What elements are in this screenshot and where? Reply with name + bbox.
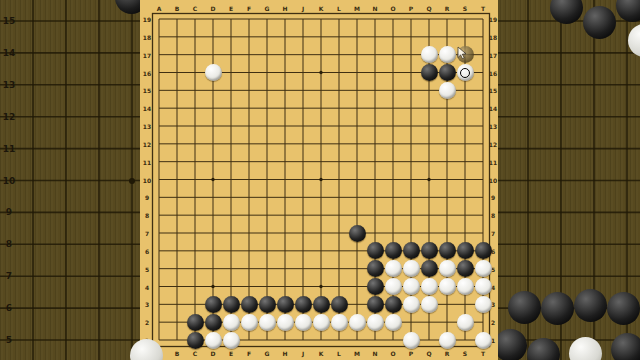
stone-black-N6 [367,242,384,259]
stone-white-R4 [439,278,456,295]
stone-white-M2 [349,314,366,331]
stone-white-T5 [475,260,492,277]
row-label-right: 8 [491,212,495,219]
row-label-left: 10 [143,176,151,183]
row-label-left: 7 [145,230,149,237]
column-label-bottom: R [445,350,450,357]
column-label-bottom: F [247,350,251,357]
row-label-right: 19 [489,16,497,23]
column-label-bottom: Q [426,350,431,357]
row-label-left: 4 [145,283,149,290]
stone-black-N5 [367,260,384,277]
stone-white-S2 [457,314,474,331]
column-label-bottom: O [390,350,395,357]
column-label-bottom: M [354,350,360,357]
stone-white-L2 [331,314,348,331]
row-label-left: 13 [143,123,151,130]
stone-white-T4 [475,278,492,295]
column-label-bottom: J [302,350,304,357]
row-label-right: 14 [489,105,497,112]
column-label-bottom: G [265,350,270,357]
stone-black-Q5 [421,260,438,277]
stone-white-J2 [295,314,312,331]
column-label-bottom: K [319,350,324,357]
column-label-top: A [157,5,162,12]
row-label-left: 5 [145,265,149,272]
video-frame: 15141312111098765 AABBCCDDEEFFGGHHJJKKLL… [0,0,640,360]
column-label-top: J [302,5,304,12]
row-label-right: 7 [491,230,495,237]
last-move-marker [460,68,470,78]
decor-stone-black [494,329,527,360]
stone-white-S16 [457,64,474,81]
row-label-left: 2 [145,319,149,326]
decor-stone-black [541,292,574,325]
background-row-label: 5 [6,335,12,345]
row-label-left: 16 [143,69,151,76]
row-label-left: 14 [143,105,151,112]
row-label-left: 3 [145,301,149,308]
stone-white-E2 [223,314,240,331]
background-row-label: 11 [3,144,16,154]
column-label-bottom: D [211,350,216,357]
decor-stone-black [574,289,607,322]
stone-black-L3 [331,296,348,313]
row-label-right: 3 [491,301,495,308]
background-row-label: 9 [6,207,12,217]
column-label-top: O [390,5,395,12]
stone-white-Q17 [421,46,438,63]
column-label-top: P [409,5,413,12]
stone-white-P5 [403,260,420,277]
mouse-cursor-icon [457,46,467,60]
stone-white-T3 [475,296,492,313]
stone-black-D3 [205,296,222,313]
stone-black-C2 [187,314,204,331]
stone-black-F3 [241,296,258,313]
stone-black-O3 [385,296,402,313]
stone-black-Q16 [421,64,438,81]
stone-white-O2 [385,314,402,331]
column-label-top: R [445,5,450,12]
column-label-bottom: E [229,350,233,357]
stone-white-P1 [403,332,420,349]
row-label-left: 18 [143,33,151,40]
row-label-right: 12 [489,140,497,147]
background-row-label: 13 [3,80,16,90]
row-label-left: 8 [145,212,149,219]
background-row-label: 12 [3,112,16,122]
stone-white-F2 [241,314,258,331]
background-row-label: 8 [6,239,12,249]
stone-black-N4 [367,278,384,295]
stone-black-Q6 [421,242,438,259]
stone-white-D1 [205,332,222,349]
row-label-left: 15 [143,87,151,94]
ghost-stone-S17[interactable] [457,46,474,63]
background-row-label: 14 [3,48,16,58]
column-label-bottom: P [409,350,413,357]
column-label-top: L [337,5,341,12]
row-label-right: 6 [491,247,495,254]
stone-white-D16 [205,64,222,81]
row-label-left: 9 [145,194,149,201]
column-label-top: S [463,5,467,12]
decor-stone-black [607,292,640,325]
row-label-right: 2 [491,319,495,326]
background-row-label: 15 [3,16,16,26]
column-label-top: T [481,5,485,12]
column-label-bottom: H [282,350,287,357]
stone-white-E1 [223,332,240,349]
stone-white-N2 [367,314,384,331]
stone-black-J3 [295,296,312,313]
row-label-right: 10 [489,176,497,183]
stone-white-O4 [385,278,402,295]
column-label-top: N [372,5,377,12]
row-label-right: 15 [489,87,497,94]
column-label-top: M [354,5,360,12]
row-label-left: 19 [143,16,151,23]
column-label-bottom: B [175,350,180,357]
background-row-label: 6 [6,303,12,313]
stone-black-P6 [403,242,420,259]
stone-black-K3 [313,296,330,313]
column-label-top: F [247,5,251,12]
row-label-right: 11 [489,158,497,165]
background-row-label: 7 [6,271,12,281]
stone-white-P3 [403,296,420,313]
background-row-label: 10 [3,176,16,186]
decor-stone-black [508,291,541,324]
stone-black-O6 [385,242,402,259]
row-label-left: 1 [145,337,149,344]
row-label-right: 9 [491,194,495,201]
column-label-top: C [193,5,197,12]
stone-black-R16 [439,64,456,81]
stone-white-R5 [439,260,456,277]
stone-white-T1 [475,332,492,349]
stone-white-H2 [277,314,294,331]
stone-white-R17 [439,46,456,63]
column-label-top: Q [426,5,431,12]
stone-black-C1 [187,332,204,349]
column-label-bottom: A [157,350,162,357]
stone-white-G2 [259,314,276,331]
go-board[interactable]: AABBCCDDEEFFGGHHJJKKLLMMNNOOPPQQRRSSTT19… [140,0,498,360]
row-label-left: 12 [143,140,151,147]
stone-white-O5 [385,260,402,277]
column-label-top: G [265,5,270,12]
row-label-left: 6 [145,247,149,254]
stone-black-S6 [457,242,474,259]
stone-white-Q4 [421,278,438,295]
column-label-top: H [282,5,287,12]
column-label-bottom: N [372,350,377,357]
stone-black-G3 [259,296,276,313]
row-label-right: 18 [489,33,497,40]
row-label-right: 5 [491,265,495,272]
column-label-top: B [175,5,180,12]
column-label-top: D [211,5,216,12]
stone-white-R1 [439,332,456,349]
stone-black-D2 [205,314,222,331]
row-label-left: 11 [143,158,151,165]
column-label-bottom: T [481,350,485,357]
column-label-bottom: S [463,350,467,357]
stone-white-K2 [313,314,330,331]
column-label-top: E [229,5,233,12]
stone-black-R6 [439,242,456,259]
stone-black-E3 [223,296,240,313]
stone-white-P4 [403,278,420,295]
row-label-left: 17 [143,51,151,58]
stone-black-T6 [475,242,492,259]
column-label-bottom: C [193,350,197,357]
row-label-right: 4 [491,283,495,290]
column-label-top: K [319,5,324,12]
row-label-right: 13 [489,123,497,130]
row-label-right: 17 [489,51,497,58]
decor-stone-black [583,6,616,39]
stone-white-Q3 [421,296,438,313]
stone-black-S5 [457,260,474,277]
row-label-right: 1 [491,337,495,344]
column-label-bottom: L [337,350,341,357]
stone-black-H3 [277,296,294,313]
row-label-right: 16 [489,69,497,76]
stone-black-N3 [367,296,384,313]
stone-white-R15 [439,82,456,99]
stone-black-M7 [349,225,366,242]
stone-white-S4 [457,278,474,295]
